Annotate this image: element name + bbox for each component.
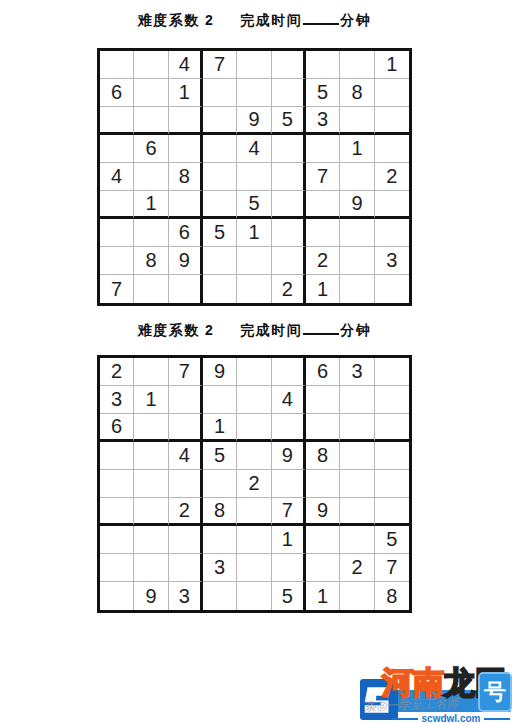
difficulty-label: 难度系数 2 xyxy=(138,12,215,28)
cell-r4c8: 1 xyxy=(340,135,374,163)
cell-r9c6: 2 xyxy=(272,275,306,303)
cell-r6c4: 8 xyxy=(203,498,237,526)
cell-r4c3: 4 xyxy=(169,442,203,470)
cell-r4c6 xyxy=(272,135,306,163)
cell-r9c7: 1 xyxy=(306,582,340,610)
time-label: 完成时间 xyxy=(240,322,302,338)
cell-r4c4 xyxy=(203,135,237,163)
cell-r1c2 xyxy=(134,51,168,79)
cell-r2c2 xyxy=(134,79,168,107)
cell-r9c8 xyxy=(340,275,374,303)
cell-r5c5 xyxy=(237,163,271,191)
cell-r9c9 xyxy=(375,275,409,303)
cell-r2c7 xyxy=(306,386,340,414)
cell-r4c7 xyxy=(306,135,340,163)
cell-r7c7 xyxy=(306,219,340,247)
cell-r5c3 xyxy=(169,470,203,498)
cell-r8c2: 8 xyxy=(134,247,168,275)
cell-r2c3 xyxy=(169,386,203,414)
cell-r6c2 xyxy=(134,498,168,526)
cell-r2c7: 5 xyxy=(306,79,340,107)
cell-r7c2 xyxy=(134,526,168,554)
worksheet-page: { "game": "sudoku", "title": { "difficul… xyxy=(0,0,512,724)
cell-r2c8: 8 xyxy=(340,79,374,107)
cell-r9c7: 1 xyxy=(306,275,340,303)
cell-r5c9: 2 xyxy=(375,163,409,191)
cell-r1c3: 4 xyxy=(169,51,203,79)
minutes-label: 分钟 xyxy=(340,12,371,28)
cell-r3c5 xyxy=(237,414,271,442)
cell-r7c6: 1 xyxy=(272,526,306,554)
cell-r4c4: 5 xyxy=(203,442,237,470)
cell-r8c5 xyxy=(237,247,271,275)
cell-r2c4 xyxy=(203,386,237,414)
cell-r5c2 xyxy=(134,163,168,191)
cell-r1c8 xyxy=(340,51,374,79)
cell-r7c5 xyxy=(237,526,271,554)
cell-r1c9 xyxy=(375,358,409,386)
difficulty-label: 难度系数 2 xyxy=(138,322,215,338)
cell-r2c6: 4 xyxy=(272,386,306,414)
cell-r9c5 xyxy=(237,275,271,303)
cell-r6c3: 2 xyxy=(169,498,203,526)
cell-r6c3 xyxy=(169,191,203,219)
cell-r4c2 xyxy=(134,442,168,470)
cell-r1c7: 6 xyxy=(306,358,340,386)
cell-r3c1 xyxy=(100,107,134,135)
cell-r8c1 xyxy=(100,247,134,275)
cell-r2c1: 3 xyxy=(100,386,134,414)
cell-r9c3: 3 xyxy=(169,582,203,610)
cell-r9c1: 7 xyxy=(100,275,134,303)
puzzle2-title: 难度系数 2完成时间分钟 xyxy=(97,321,412,340)
cell-r2c6 xyxy=(272,79,306,107)
cell-r5c7: 7 xyxy=(306,163,340,191)
time-blank-line xyxy=(303,321,339,335)
cell-r3c6: 5 xyxy=(272,107,306,135)
cell-r8c5 xyxy=(237,554,271,582)
cell-r9c2: 9 xyxy=(134,582,168,610)
cell-r8c4: 3 xyxy=(203,554,237,582)
cell-r1c6 xyxy=(272,51,306,79)
site-watermark-logo: 河南龙网 号 条◎一学至工名师 scwdwl.com xyxy=(360,664,512,724)
cell-r4c9 xyxy=(375,135,409,163)
cell-r4c5 xyxy=(237,442,271,470)
cell-r6c1 xyxy=(100,498,134,526)
cell-r8c3: 9 xyxy=(169,247,203,275)
cell-r7c4 xyxy=(203,526,237,554)
cell-r6c5 xyxy=(237,498,271,526)
cell-r3c8 xyxy=(340,107,374,135)
cell-r9c2 xyxy=(134,275,168,303)
cell-r8c8 xyxy=(340,247,374,275)
cell-r9c9: 8 xyxy=(375,582,409,610)
cell-r4c5: 4 xyxy=(237,135,271,163)
cell-r7c9 xyxy=(375,219,409,247)
cell-r5c6 xyxy=(272,163,306,191)
cell-r7c8 xyxy=(340,526,374,554)
cell-r2c4 xyxy=(203,79,237,107)
cell-r6c7: 9 xyxy=(306,498,340,526)
cell-r7c4: 5 xyxy=(203,219,237,247)
cell-r5c2 xyxy=(134,470,168,498)
cell-r5c3: 8 xyxy=(169,163,203,191)
cell-r4c2: 6 xyxy=(134,135,168,163)
cell-r6c5: 5 xyxy=(237,191,271,219)
cell-r8c7 xyxy=(306,554,340,582)
cell-r6c1 xyxy=(100,191,134,219)
cell-r1c2 xyxy=(134,358,168,386)
cell-r2c5 xyxy=(237,79,271,107)
cell-r3c8 xyxy=(340,414,374,442)
cell-r6c8 xyxy=(340,498,374,526)
cell-r8c9: 3 xyxy=(375,247,409,275)
cell-r1c5 xyxy=(237,358,271,386)
cell-r8c2 xyxy=(134,554,168,582)
sudoku-grid-2: 27963314614598228791532793518 xyxy=(97,355,412,613)
cell-r1c5 xyxy=(237,51,271,79)
cell-r6c6: 7 xyxy=(272,498,306,526)
cell-r6c2: 1 xyxy=(134,191,168,219)
cell-r5c9 xyxy=(375,470,409,498)
cell-r6c7 xyxy=(306,191,340,219)
cell-r1c3: 7 xyxy=(169,358,203,386)
cell-r1c1 xyxy=(100,51,134,79)
cell-r7c1 xyxy=(100,526,134,554)
cell-r9c6: 5 xyxy=(272,582,306,610)
time-label: 完成时间 xyxy=(240,12,302,28)
cell-r3c9 xyxy=(375,414,409,442)
cell-r8c6 xyxy=(272,247,306,275)
cell-r7c3: 6 xyxy=(169,219,203,247)
cell-r3c2 xyxy=(134,107,168,135)
url-dash-left xyxy=(392,718,418,720)
cell-r9c8 xyxy=(340,582,374,610)
cell-r7c6 xyxy=(272,219,306,247)
cell-r2c2: 1 xyxy=(134,386,168,414)
cell-r5c8 xyxy=(340,470,374,498)
cell-r3c3 xyxy=(169,414,203,442)
cell-r4c6: 9 xyxy=(272,442,306,470)
cell-r7c5: 1 xyxy=(237,219,271,247)
cell-r7c3 xyxy=(169,526,203,554)
cell-r4c7: 8 xyxy=(306,442,340,470)
cell-r2c1: 6 xyxy=(100,79,134,107)
cell-r3c4: 1 xyxy=(203,414,237,442)
url-dash-right xyxy=(484,718,510,720)
cell-r8c9: 7 xyxy=(375,554,409,582)
cell-r5c4 xyxy=(203,470,237,498)
cell-r9c4 xyxy=(203,275,237,303)
cell-r1c6 xyxy=(272,358,306,386)
cell-r3c7: 3 xyxy=(306,107,340,135)
site-url: scwdwl.com xyxy=(422,713,481,724)
cell-r5c6 xyxy=(272,470,306,498)
cell-r1c8: 3 xyxy=(340,358,374,386)
cell-r3c1: 6 xyxy=(100,414,134,442)
cell-r2c8 xyxy=(340,386,374,414)
cell-r9c4 xyxy=(203,582,237,610)
cell-r1c4: 7 xyxy=(203,51,237,79)
cell-r5c1 xyxy=(100,470,134,498)
cell-r2c3: 1 xyxy=(169,79,203,107)
cell-r8c8: 2 xyxy=(340,554,374,582)
cell-r8c3 xyxy=(169,554,203,582)
cell-r4c3 xyxy=(169,135,203,163)
cell-r3c5: 9 xyxy=(237,107,271,135)
cell-r9c3 xyxy=(169,275,203,303)
cell-r7c7 xyxy=(306,526,340,554)
cell-r7c9: 5 xyxy=(375,526,409,554)
cell-r7c8 xyxy=(340,219,374,247)
cell-r4c1 xyxy=(100,135,134,163)
cell-r5c8 xyxy=(340,163,374,191)
cell-r3c4 xyxy=(203,107,237,135)
puzzle1-title: 难度系数 2完成时间分钟 xyxy=(97,11,412,30)
cell-r1c7 xyxy=(306,51,340,79)
cell-r7c2 xyxy=(134,219,168,247)
brand-name-part1: 河南 xyxy=(382,665,444,700)
cell-r8c1 xyxy=(100,554,134,582)
cell-r1c4: 9 xyxy=(203,358,237,386)
cell-r8c7: 2 xyxy=(306,247,340,275)
cell-r4c1 xyxy=(100,442,134,470)
cell-r6c4 xyxy=(203,191,237,219)
cell-r3c2 xyxy=(134,414,168,442)
cell-r8c6 xyxy=(272,554,306,582)
cell-r5c4 xyxy=(203,163,237,191)
cell-r4c9 xyxy=(375,442,409,470)
sudoku-grid-1: 471615895364148721596518923721 xyxy=(97,48,412,306)
cell-r5c5: 2 xyxy=(237,470,271,498)
minutes-label: 分钟 xyxy=(340,322,371,338)
cell-r1c1: 2 xyxy=(100,358,134,386)
cell-r5c7 xyxy=(306,470,340,498)
cell-r8c4 xyxy=(203,247,237,275)
site-url-line: scwdwl.com xyxy=(390,713,512,724)
cell-r2c5 xyxy=(237,386,271,414)
cell-r3c9 xyxy=(375,107,409,135)
cell-r9c1 xyxy=(100,582,134,610)
cell-r5c1: 4 xyxy=(100,163,134,191)
cell-r9c5 xyxy=(237,582,271,610)
cell-r4c8 xyxy=(340,442,374,470)
cell-r1c9: 1 xyxy=(375,51,409,79)
cell-r2c9 xyxy=(375,79,409,107)
cell-r3c3 xyxy=(169,107,203,135)
cell-r7c1 xyxy=(100,219,134,247)
time-blank-line xyxy=(303,11,339,25)
cell-r6c9 xyxy=(375,498,409,526)
cell-r6c6 xyxy=(272,191,306,219)
cell-r3c7 xyxy=(306,414,340,442)
cell-r6c9 xyxy=(375,191,409,219)
cell-r2c9 xyxy=(375,386,409,414)
cell-r3c6 xyxy=(272,414,306,442)
cell-r6c8: 9 xyxy=(340,191,374,219)
